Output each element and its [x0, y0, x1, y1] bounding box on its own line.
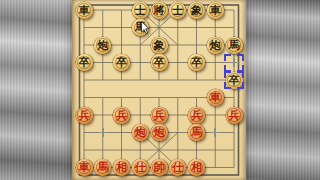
piece-glyph: 兵 — [116, 106, 127, 123]
piece-glyph: 仕 — [172, 159, 183, 176]
red-cannon[interactable]: 炮 — [151, 124, 168, 141]
piece-glyph: 將 — [154, 1, 165, 18]
piece-glyph: 馬 — [97, 159, 108, 176]
point-f0r1[interactable] — [75, 19, 94, 37]
black-soldier[interactable]: 卒 — [151, 54, 168, 71]
piece-glyph: 炮 — [135, 124, 146, 141]
point-f1r2[interactable]: 炮 — [93, 36, 112, 54]
point-f2r8[interactable] — [112, 141, 131, 159]
red-elephant[interactable]: 相 — [188, 159, 205, 176]
piece-glyph: 車 — [210, 89, 221, 106]
point-f3r4[interactable] — [131, 71, 150, 89]
point-f3r0[interactable]: 士 — [131, 1, 150, 19]
point-f4r4[interactable] — [150, 71, 169, 89]
black-chariot[interactable]: 車 — [76, 2, 93, 19]
red-advisor[interactable]: 仕 — [169, 159, 186, 176]
point-f2r7[interactable] — [112, 124, 131, 142]
point-f2r0[interactable] — [112, 1, 131, 19]
piece-glyph: 馬 — [229, 36, 240, 53]
point-f7r4[interactable] — [206, 71, 225, 89]
piece-glyph: 相 — [191, 159, 202, 176]
piece-glyph: 兵 — [229, 106, 240, 123]
point-f2r2[interactable] — [112, 36, 131, 54]
piece-glyph: 卒 — [154, 54, 165, 71]
red-chariot[interactable]: 車 — [76, 159, 93, 176]
point-f4r1[interactable] — [150, 19, 169, 37]
black-elephant[interactable]: 象 — [188, 2, 205, 19]
point-f0r9[interactable]: 車 — [75, 159, 94, 177]
point-f6r9[interactable]: 相 — [187, 159, 206, 177]
black-soldier[interactable]: 卒 — [188, 54, 205, 71]
piece-glyph: 炮 — [97, 36, 108, 53]
point-f2r6[interactable]: 兵 — [112, 106, 131, 124]
point-f8r2[interactable]: 馬 — [225, 36, 244, 54]
piece-glyph: 相 — [116, 159, 127, 176]
red-cannon[interactable]: 炮 — [132, 124, 149, 141]
piece-glyph: 卒 — [79, 54, 90, 71]
red-horse[interactable]: 馬 — [188, 124, 205, 141]
point-f0r2[interactable] — [75, 36, 94, 54]
point-f5r1[interactable] — [168, 19, 187, 37]
black-soldier[interactable]: 卒 — [76, 54, 93, 71]
piece-glyph: 卒 — [229, 71, 240, 88]
point-f8r9[interactable] — [225, 159, 244, 177]
red-advisor[interactable]: 仕 — [132, 159, 149, 176]
black-cannon[interactable]: 炮 — [207, 37, 224, 54]
point-f5r6[interactable] — [168, 106, 187, 124]
point-f6r2[interactable] — [187, 36, 206, 54]
point-f7r0[interactable]: 車 — [206, 1, 225, 19]
piece-glyph: 炮 — [210, 36, 221, 53]
point-f4r5[interactable] — [150, 89, 169, 107]
point-f0r5[interactable] — [75, 89, 94, 107]
point-f1r1[interactable] — [93, 19, 112, 37]
point-f7r7[interactable] — [206, 124, 225, 142]
point-f6r1[interactable] — [187, 19, 206, 37]
point-f1r6[interactable] — [93, 106, 112, 124]
black-cannon[interactable]: 炮 — [94, 37, 111, 54]
point-f6r4[interactable] — [187, 71, 206, 89]
point-f3r2[interactable] — [131, 36, 150, 54]
mouse-cursor — [141, 21, 151, 35]
point-f4r8[interactable] — [150, 141, 169, 159]
point-f6r6[interactable]: 兵 — [187, 106, 206, 124]
piece-glyph: 車 — [79, 159, 90, 176]
point-f6r8[interactable] — [187, 141, 206, 159]
red-horse[interactable]: 馬 — [94, 159, 111, 176]
point-f5r9[interactable]: 仕 — [168, 159, 187, 177]
point-f5r5[interactable] — [168, 89, 187, 107]
point-f0r3[interactable]: 卒 — [75, 54, 94, 72]
point-f5r8[interactable] — [168, 141, 187, 159]
piece-glyph: 馬 — [191, 124, 202, 141]
black-advisor[interactable]: 士 — [169, 2, 186, 19]
point-f3r6[interactable] — [131, 106, 150, 124]
point-f7r3[interactable] — [206, 54, 225, 72]
point-f4r2[interactable]: 象 — [150, 36, 169, 54]
point-f8r6[interactable]: 兵 — [225, 106, 244, 124]
point-f1r9[interactable]: 馬 — [93, 159, 112, 177]
video-frame: 車士將士象車馬炮象炮馬卒卒卒卒卒車兵兵兵兵兵炮炮馬車馬相仕帥仕相 — [0, 0, 320, 180]
point-f8r5[interactable] — [225, 89, 244, 107]
xiangqi-board[interactable]: 車士將士象車馬炮象炮馬卒卒卒卒卒車兵兵兵兵兵炮炮馬車馬相仕帥仕相 — [72, 0, 246, 180]
black-general[interactable]: 將 — [151, 2, 168, 19]
piece-glyph: 象 — [154, 36, 165, 53]
red-chariot[interactable]: 車 — [207, 89, 224, 106]
point-f3r7[interactable]: 炮 — [131, 124, 150, 142]
point-f3r8[interactable] — [131, 141, 150, 159]
point-f8r8[interactable] — [225, 141, 244, 159]
point-f0r6[interactable]: 兵 — [75, 106, 94, 124]
red-soldier[interactable]: 兵 — [76, 107, 93, 124]
piece-glyph: 炮 — [154, 124, 165, 141]
point-f3r5[interactable] — [131, 89, 150, 107]
point-f1r8[interactable] — [93, 141, 112, 159]
point-f6r5[interactable] — [187, 89, 206, 107]
point-f4r6[interactable]: 兵 — [150, 106, 169, 124]
point-f2r5[interactable] — [112, 89, 131, 107]
piece-glyph: 士 — [135, 1, 146, 18]
point-f0r7[interactable] — [75, 124, 94, 142]
red-soldier[interactable]: 兵 — [226, 107, 243, 124]
point-f0r8[interactable] — [75, 141, 94, 159]
point-f2r1[interactable] — [112, 19, 131, 37]
point-f7r2[interactable]: 炮 — [206, 36, 225, 54]
piece-glyph: 象 — [191, 1, 202, 18]
red-elephant[interactable]: 相 — [113, 159, 130, 176]
piece-glyph: 車 — [79, 1, 90, 18]
point-f8r3[interactable] — [225, 54, 244, 72]
point-f0r0[interactable]: 車 — [75, 1, 94, 19]
point-f1r0[interactable] — [93, 1, 112, 19]
point-f5r4[interactable] — [168, 71, 187, 89]
point-f2r3[interactable]: 卒 — [112, 54, 131, 72]
point-f4r0[interactable]: 將 — [150, 1, 169, 19]
point-f8r1[interactable] — [225, 19, 244, 37]
point-f4r9[interactable]: 帥 — [150, 159, 169, 177]
point-f8r0[interactable] — [225, 1, 244, 19]
piece-glyph: 士 — [172, 1, 183, 18]
black-elephant[interactable]: 象 — [151, 37, 168, 54]
black-soldier[interactable]: 卒 — [113, 54, 130, 71]
point-f0r4[interactable] — [75, 71, 94, 89]
point-f6r0[interactable]: 象 — [187, 1, 206, 19]
red-general[interactable]: 帥 — [151, 159, 168, 176]
point-f5r7[interactable] — [168, 124, 187, 142]
point-f6r3[interactable]: 卒 — [187, 54, 206, 72]
piece-glyph: 車 — [210, 1, 221, 18]
black-advisor[interactable]: 士 — [132, 2, 149, 19]
point-f7r6[interactable] — [206, 106, 225, 124]
point-f5r0[interactable]: 士 — [168, 1, 187, 19]
point-f1r3[interactable] — [93, 54, 112, 72]
point-f5r3[interactable] — [168, 54, 187, 72]
piece-glyph: 卒 — [116, 54, 127, 71]
point-f7r8[interactable] — [206, 141, 225, 159]
red-soldier[interactable]: 兵 — [113, 107, 130, 124]
point-f3r3[interactable] — [131, 54, 150, 72]
point-f7r5[interactable]: 車 — [206, 89, 225, 107]
black-horse[interactable]: 馬 — [226, 37, 243, 54]
piece-glyph: 兵 — [154, 106, 165, 123]
black-chariot[interactable]: 車 — [207, 2, 224, 19]
piece-glyph: 兵 — [191, 106, 202, 123]
piece-glyph: 兵 — [79, 106, 90, 123]
point-f5r2[interactable] — [168, 36, 187, 54]
point-f8r7[interactable] — [225, 124, 244, 142]
piece-glyph: 帥 — [154, 159, 165, 176]
point-f4r7[interactable]: 炮 — [150, 124, 169, 142]
red-soldier[interactable]: 兵 — [188, 107, 205, 124]
point-f2r4[interactable] — [112, 71, 131, 89]
piece-glyph: 仕 — [135, 159, 146, 176]
piece-layer: 車士將士象車馬炮象炮馬卒卒卒卒卒車兵兵兵兵兵炮炮馬車馬相仕帥仕相 — [75, 1, 244, 176]
point-f4r3[interactable]: 卒 — [150, 54, 169, 72]
point-f1r4[interactable] — [93, 71, 112, 89]
point-f3r9[interactable]: 仕 — [131, 159, 150, 177]
point-f6r7[interactable]: 馬 — [187, 124, 206, 142]
point-f1r7[interactable] — [93, 124, 112, 142]
point-f2r9[interactable]: 相 — [112, 159, 131, 177]
piece-glyph: 卒 — [191, 54, 202, 71]
red-soldier[interactable]: 兵 — [151, 107, 168, 124]
point-f7r9[interactable] — [206, 159, 225, 177]
point-f8r4[interactable]: 卒 — [225, 71, 244, 89]
point-f1r5[interactable] — [93, 89, 112, 107]
point-f7r1[interactable] — [206, 19, 225, 37]
black-soldier[interactable]: 卒 — [226, 72, 243, 89]
